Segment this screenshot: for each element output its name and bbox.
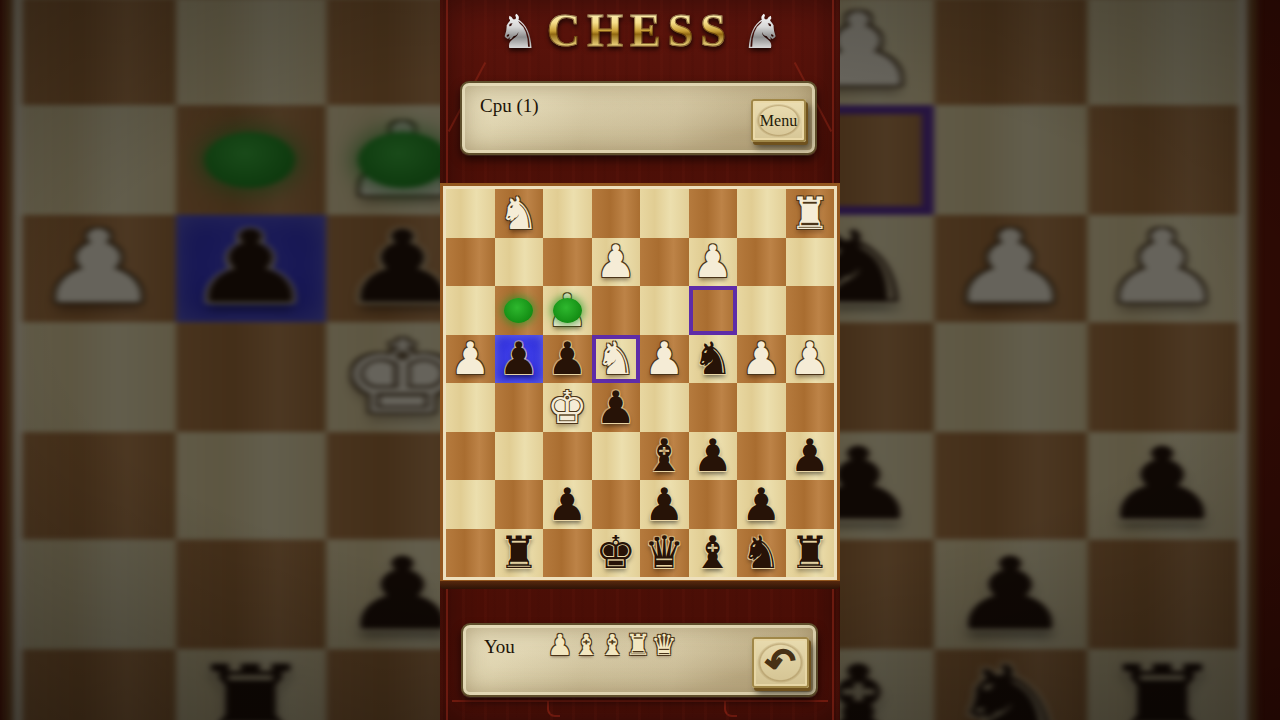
square-g2[interactable] [495,238,544,287]
square-e2[interactable]: ♟ [592,238,641,287]
square-d4[interactable]: ♟ [640,335,689,384]
square-e8[interactable]: ♚ [592,529,641,578]
app-column: ♞ CHESS ♞ Cpu (1) Menu ♞♜♟♟♟♟♟♟♞♟♞♟♟♚♟♝♟… [440,0,840,720]
square-e6[interactable] [592,432,641,481]
opponent-bar: Cpu (1) Menu [460,81,817,155]
white-pawn: ♟ [1099,218,1225,319]
square-f8[interactable] [543,529,592,578]
square-d8[interactable]: ♛ [640,529,689,578]
square-a3 [1086,105,1238,214]
captured-pieces-tray: ♟♝♝♜♛ [547,628,677,663]
legal-move-dot [553,298,582,323]
square-g2 [174,0,326,105]
square-a5[interactable] [786,383,835,432]
black-pawn: ♟ [947,544,1073,645]
square-c8[interactable]: ♝ [689,529,738,578]
white-pawn: ♟ [947,218,1073,319]
square-b8: ♞ [934,648,1086,720]
white-pawn: ♟ [693,239,733,284]
black-rook: ♜ [790,530,830,575]
square-e5[interactable]: ♟ [592,383,641,432]
black-knight: ♞ [947,652,1073,720]
black-pawn: ♟ [790,433,830,478]
square-g7[interactable] [495,480,544,529]
black-king: ♚ [596,530,636,575]
square-h2[interactable] [446,238,495,287]
square-g3[interactable] [495,286,544,335]
square-b3[interactable] [737,286,786,335]
square-h3[interactable] [446,286,495,335]
square-e7[interactable] [592,480,641,529]
square-g8[interactable]: ♜ [495,529,544,578]
square-g3 [174,105,326,214]
square-c3[interactable] [689,286,738,335]
square-f6[interactable] [543,432,592,481]
square-e3[interactable] [592,286,641,335]
white-king: ♚ [547,385,587,430]
black-pawn: ♟ [547,336,587,381]
square-g5[interactable] [495,383,544,432]
white-knight: ♞ [499,191,539,236]
square-a4: ♟ [1086,214,1238,323]
undo-button[interactable]: ↶ [752,637,809,688]
square-c1[interactable] [689,189,738,238]
knight-icon: ♞ [741,8,783,55]
square-e4[interactable]: ♞ [592,335,641,384]
knight-icon: ♞ [497,8,539,55]
square-g1[interactable]: ♞ [495,189,544,238]
black-queen: ♛ [644,530,684,575]
square-g7 [174,540,326,649]
square-h2 [22,0,174,105]
square-h7[interactable] [446,480,495,529]
square-f1[interactable] [543,189,592,238]
menu-button[interactable]: Menu [751,99,806,142]
legal-move-dot [357,132,448,188]
legal-move-dot [205,132,296,188]
square-f3[interactable]: ♟ [543,286,592,335]
black-rook: ♜ [499,530,539,575]
square-d3[interactable] [640,286,689,335]
white-pawn: ♟ [790,336,830,381]
square-b6[interactable] [737,432,786,481]
square-h7 [22,540,174,649]
square-d1[interactable] [640,189,689,238]
app-title: CHESS [547,8,733,54]
square-d7[interactable]: ♟ [640,480,689,529]
captured-white-rook: ♜ [625,628,651,663]
square-b1[interactable] [737,189,786,238]
white-pawn: ♟ [450,336,490,381]
menu-button-label: Menu [760,112,797,130]
square-b4[interactable]: ♟ [737,335,786,384]
square-c5[interactable] [689,383,738,432]
square-b2 [934,0,1086,105]
square-c4[interactable]: ♞ [689,335,738,384]
square-g4[interactable]: ♟ [495,335,544,384]
player-bar: You ♟♝♝♜♛ ↶ [461,623,818,697]
undo-arrow-icon: ↶ [763,642,799,683]
square-f7[interactable]: ♟ [543,480,592,529]
square-d5[interactable] [640,383,689,432]
captured-white-bishop: ♝ [573,628,599,663]
chess-app-screen: ♞♜♟♟♟♟♟♟♞♟♞♟♟♚♟♝♟♟♟♟♟♜♚♛♝♞♜ ♞ CHESS ♞ Cp… [0,0,1280,720]
square-h4: ♟ [22,214,174,323]
square-h4[interactable]: ♟ [446,335,495,384]
chess-board: ♞♜♟♟♟♟♟♟♞♟♞♟♟♚♟♝♟♟♟♟♟♜♚♛♝♞♜ [440,183,840,583]
black-knight: ♞ [741,530,781,575]
black-pawn: ♟ [644,482,684,527]
captured-white-pawn: ♟ [547,628,573,663]
decor-hook-right [724,701,737,717]
board-bottom-shadow [440,581,840,589]
square-a4[interactable]: ♟ [786,335,835,384]
square-b4: ♟ [934,214,1086,323]
black-rook: ♜ [1099,652,1225,720]
square-a8[interactable]: ♜ [786,529,835,578]
black-pawn: ♟ [596,385,636,430]
square-g6 [174,431,326,540]
square-d2[interactable] [640,238,689,287]
square-a8: ♜ [1086,648,1238,720]
square-f4[interactable]: ♟ [543,335,592,384]
black-pawn: ♟ [741,482,781,527]
legal-move-dot [504,298,533,323]
square-a5 [1086,322,1238,431]
square-g8: ♜ [174,648,326,720]
square-b3 [934,105,1086,214]
square-h6 [22,431,174,540]
black-pawn: ♟ [499,336,539,381]
square-h3 [22,105,174,214]
decor-bracket-line [452,700,828,702]
square-a7 [1086,540,1238,649]
square-b5 [934,322,1086,431]
title-bar: ♞ CHESS ♞ [440,0,840,62]
black-knight: ♞ [693,336,733,381]
white-pawn: ♟ [644,336,684,381]
square-d6[interactable]: ♝ [640,432,689,481]
square-f5[interactable]: ♚ [543,383,592,432]
square-a2 [1086,0,1238,105]
square-g6[interactable] [495,432,544,481]
square-a3[interactable] [786,286,835,335]
square-a6[interactable]: ♟ [786,432,835,481]
opponent-label: Cpu (1) [480,95,539,117]
square-b8[interactable]: ♞ [737,529,786,578]
square-h6[interactable] [446,432,495,481]
white-rook: ♜ [790,191,830,236]
captured-white-bishop: ♝ [599,628,625,663]
square-a6: ♟ [1086,431,1238,540]
square-e1[interactable] [592,189,641,238]
black-pawn: ♟ [1099,435,1225,536]
square-a1[interactable]: ♜ [786,189,835,238]
white-knight: ♞ [596,336,636,381]
square-b7[interactable]: ♟ [737,480,786,529]
square-b5[interactable] [737,383,786,432]
square-h8 [22,648,174,720]
decor-hook-left [547,701,560,717]
captured-white-queen: ♛ [651,628,677,663]
black-pawn: ♟ [693,433,733,478]
square-c6[interactable]: ♟ [689,432,738,481]
square-b6 [934,431,1086,540]
square-h8[interactable] [446,529,495,578]
square-g4: ♟ [174,214,326,323]
white-pawn: ♟ [741,336,781,381]
square-g5 [174,322,326,431]
black-bishop: ♝ [693,530,733,575]
square-c7[interactable] [689,480,738,529]
white-pawn: ♟ [596,239,636,284]
square-c2[interactable]: ♟ [689,238,738,287]
square-b7: ♟ [934,540,1086,649]
player-label: You [484,636,515,658]
square-f2[interactable] [543,238,592,287]
black-bishop: ♝ [644,433,684,478]
square-h5 [22,322,174,431]
black-pawn: ♟ [187,218,313,319]
black-pawn: ♟ [547,482,587,527]
black-rook: ♜ [187,652,313,720]
square-a2[interactable] [786,238,835,287]
square-b2[interactable] [737,238,786,287]
white-pawn: ♟ [35,218,161,319]
square-h1[interactable] [446,189,495,238]
square-a7[interactable] [786,480,835,529]
square-h5[interactable] [446,383,495,432]
